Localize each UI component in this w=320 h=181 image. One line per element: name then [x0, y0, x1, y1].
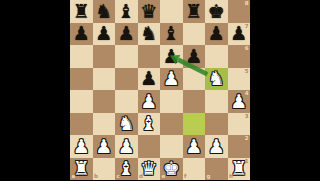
- file-label-g: g: [207, 174, 211, 180]
- square-g8[interactable]: ♚: [205, 0, 228, 23]
- square-f8[interactable]: ♜: [183, 0, 206, 23]
- square-e2[interactable]: [160, 135, 183, 158]
- file-label-b: b: [94, 174, 98, 180]
- white-bishop[interactable]: ♝: [138, 113, 161, 136]
- square-g3[interactable]: [205, 113, 228, 136]
- square-f5[interactable]: [183, 68, 206, 91]
- black-bishop[interactable]: ♝: [115, 0, 138, 23]
- square-b3[interactable]: [93, 113, 116, 136]
- square-a5[interactable]: [70, 68, 93, 91]
- black-pawn[interactable]: ♟: [70, 23, 93, 46]
- black-king[interactable]: ♚: [205, 0, 228, 23]
- letterbox-left: [0, 0, 70, 180]
- square-b2[interactable]: ♟: [93, 135, 116, 158]
- white-rook[interactable]: ♜: [70, 158, 93, 181]
- black-rook[interactable]: ♜: [183, 0, 206, 23]
- black-pawn[interactable]: ♟: [183, 45, 206, 68]
- square-h3[interactable]: 3: [228, 113, 251, 136]
- square-a7[interactable]: ♟: [70, 23, 93, 46]
- rank-label-6: 6: [245, 46, 249, 52]
- square-c2[interactable]: ♟: [115, 135, 138, 158]
- white-pawn[interactable]: ♟: [228, 90, 251, 113]
- square-b5[interactable]: [93, 68, 116, 91]
- white-pawn[interactable]: ♟: [205, 135, 228, 158]
- square-g5[interactable]: ♞: [205, 68, 228, 91]
- square-b7[interactable]: ♟: [93, 23, 116, 46]
- white-knight[interactable]: ♞: [205, 68, 228, 91]
- square-b8[interactable]: ♞: [93, 0, 116, 23]
- square-c4[interactable]: [115, 90, 138, 113]
- square-c3[interactable]: ♞: [115, 113, 138, 136]
- white-pawn[interactable]: ♟: [160, 68, 183, 91]
- square-h6[interactable]: 6: [228, 45, 251, 68]
- square-f1[interactable]: f: [183, 158, 206, 181]
- chess-board[interactable]: ♜♞♝♛♜♚8♟♟♟♞♝♟♟7♟♟6♟♟♞5♟♟4♞♝3♟♟♟♟♟2♜ab♝c♛…: [70, 0, 250, 180]
- white-rook[interactable]: ♜: [228, 158, 251, 181]
- square-a2[interactable]: ♟: [70, 135, 93, 158]
- square-h1[interactable]: ♜1h: [228, 158, 251, 181]
- black-knight[interactable]: ♞: [93, 0, 116, 23]
- white-pawn[interactable]: ♟: [93, 135, 116, 158]
- rank-label-5: 5: [245, 69, 249, 75]
- square-h2[interactable]: 2: [228, 135, 251, 158]
- square-d1[interactable]: ♛d: [138, 158, 161, 181]
- white-pawn[interactable]: ♟: [183, 135, 206, 158]
- black-queen[interactable]: ♛: [138, 0, 161, 23]
- square-g2[interactable]: ♟: [205, 135, 228, 158]
- video-frame: ♜♞♝♛♜♚8♟♟♟♞♝♟♟7♟♟6♟♟♞5♟♟4♞♝3♟♟♟♟♟2♜ab♝c♛…: [0, 0, 320, 180]
- square-e8[interactable]: [160, 0, 183, 23]
- square-g7[interactable]: ♟: [205, 23, 228, 46]
- square-e5[interactable]: ♟: [160, 68, 183, 91]
- square-f6[interactable]: ♟: [183, 45, 206, 68]
- square-d4[interactable]: ♟: [138, 90, 161, 113]
- rank-label-2: 2: [245, 136, 249, 142]
- square-e6[interactable]: ♟: [160, 45, 183, 68]
- square-b6[interactable]: [93, 45, 116, 68]
- white-pawn[interactable]: ♟: [70, 135, 93, 158]
- square-a1[interactable]: ♜a: [70, 158, 93, 181]
- square-c6[interactable]: [115, 45, 138, 68]
- black-pawn[interactable]: ♟: [205, 23, 228, 46]
- square-g6[interactable]: [205, 45, 228, 68]
- square-d8[interactable]: ♛: [138, 0, 161, 23]
- square-c1[interactable]: ♝c: [115, 158, 138, 181]
- square-a3[interactable]: [70, 113, 93, 136]
- square-d3[interactable]: ♝: [138, 113, 161, 136]
- square-e7[interactable]: ♝: [160, 23, 183, 46]
- letterbox-right: [250, 0, 320, 180]
- square-e1[interactable]: ♚e: [160, 158, 183, 181]
- square-f7[interactable]: [183, 23, 206, 46]
- black-pawn[interactable]: ♟: [138, 68, 161, 91]
- square-c8[interactable]: ♝: [115, 0, 138, 23]
- square-g1[interactable]: g: [205, 158, 228, 181]
- square-h8[interactable]: 8: [228, 0, 251, 23]
- file-label-f: f: [184, 174, 186, 180]
- white-queen[interactable]: ♛: [138, 158, 161, 181]
- black-knight[interactable]: ♞: [138, 23, 161, 46]
- square-a8[interactable]: ♜: [70, 0, 93, 23]
- square-a6[interactable]: [70, 45, 93, 68]
- black-pawn[interactable]: ♟: [115, 23, 138, 46]
- square-f4[interactable]: [183, 90, 206, 113]
- black-bishop[interactable]: ♝: [160, 23, 183, 46]
- square-b4[interactable]: [93, 90, 116, 113]
- black-pawn[interactable]: ♟: [228, 23, 251, 46]
- square-f2[interactable]: ♟: [183, 135, 206, 158]
- black-pawn[interactable]: ♟: [160, 45, 183, 68]
- square-b1[interactable]: b: [93, 158, 116, 181]
- square-e4[interactable]: [160, 90, 183, 113]
- white-pawn[interactable]: ♟: [115, 135, 138, 158]
- white-knight[interactable]: ♞: [115, 113, 138, 136]
- rank-label-8: 8: [245, 1, 249, 7]
- white-king[interactable]: ♚: [160, 158, 183, 181]
- square-h4[interactable]: ♟4: [228, 90, 251, 113]
- white-bishop[interactable]: ♝: [115, 158, 138, 181]
- rank-label-3: 3: [245, 114, 249, 120]
- black-pawn[interactable]: ♟: [93, 23, 116, 46]
- square-a4[interactable]: [70, 90, 93, 113]
- square-g4[interactable]: [205, 90, 228, 113]
- square-f3[interactable]: [183, 113, 206, 136]
- square-h5[interactable]: 5: [228, 68, 251, 91]
- square-d5[interactable]: ♟: [138, 68, 161, 91]
- square-e3[interactable]: [160, 113, 183, 136]
- square-d2[interactable]: [138, 135, 161, 158]
- square-c7[interactable]: ♟: [115, 23, 138, 46]
- white-pawn[interactable]: ♟: [138, 90, 161, 113]
- square-h7[interactable]: ♟7: [228, 23, 251, 46]
- square-d7[interactable]: ♞: [138, 23, 161, 46]
- square-d6[interactable]: [138, 45, 161, 68]
- black-rook[interactable]: ♜: [70, 0, 93, 23]
- square-c5[interactable]: [115, 68, 138, 91]
